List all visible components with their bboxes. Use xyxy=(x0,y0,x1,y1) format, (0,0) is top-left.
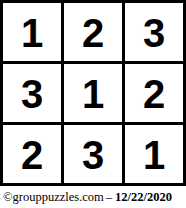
cell-r3c3: 1 xyxy=(125,125,183,183)
cell-r2c3: 2 xyxy=(125,64,183,122)
cell-r1c2: 2 xyxy=(64,3,122,61)
tictac-board: 1 2 3 3 1 2 2 3 1 xyxy=(0,0,186,186)
footer-credit: ©grouppuzzles.com – 12/22/2020 xyxy=(0,186,186,208)
cell-r1c3: 3 xyxy=(125,3,183,61)
puzzle-date: 12/22/2020 xyxy=(115,190,172,205)
cell-r3c2: 3 xyxy=(64,125,122,183)
puzzle-page: 1 2 3 3 1 2 2 3 1 ©grouppuzzles.com – 12… xyxy=(0,0,186,208)
cell-r2c2: 1 xyxy=(64,64,122,122)
cell-r1c1: 1 xyxy=(3,3,61,61)
cell-r2c1: 3 xyxy=(3,64,61,122)
cell-r3c1: 2 xyxy=(3,125,61,183)
copyright-text: ©grouppuzzles.com xyxy=(3,190,104,205)
separator-dash: – xyxy=(106,190,112,205)
